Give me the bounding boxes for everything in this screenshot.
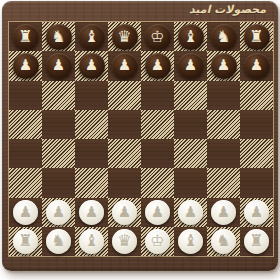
piece-glyph: ♛ (117, 29, 131, 45)
square-a4[interactable] (9, 139, 42, 168)
square-b2[interactable]: ♟ (42, 198, 75, 227)
piece-white-knight[interactable]: ♞ (46, 229, 71, 254)
square-e3[interactable] (141, 168, 174, 197)
square-e8[interactable]: ♔ (141, 22, 174, 51)
piece-glyph: ♝ (84, 233, 98, 249)
piece-glyph: ♟ (118, 205, 131, 220)
square-d6[interactable] (108, 81, 141, 110)
piece-white-pawn[interactable]: ♟ (46, 200, 71, 225)
piece-glyph: ♟ (151, 205, 164, 220)
piece-glyph: ♜ (18, 233, 32, 249)
piece-white-king[interactable]: ♔ (145, 229, 170, 254)
square-g6[interactable] (207, 81, 240, 110)
square-g3[interactable] (207, 168, 240, 197)
piece-white-pawn[interactable]: ♟ (178, 200, 203, 225)
square-f5[interactable] (174, 110, 207, 139)
piece-glyph: ♟ (19, 205, 32, 220)
square-d1[interactable]: ♛ (108, 227, 141, 256)
square-g8[interactable]: ♞ (207, 22, 240, 51)
square-c5[interactable] (75, 110, 108, 139)
square-h5[interactable] (240, 110, 273, 139)
piece-glyph: ♔ (150, 29, 164, 45)
piece-black-pawn[interactable]: ♟ (112, 53, 138, 79)
square-a7[interactable]: ♟ (9, 51, 42, 80)
square-c1[interactable]: ♝ (75, 227, 108, 256)
piece-black-rook[interactable]: ♜ (244, 24, 270, 50)
piece-white-rook[interactable]: ♜ (13, 229, 38, 254)
square-e6[interactable] (141, 81, 174, 110)
square-e4[interactable] (141, 139, 174, 168)
square-a6[interactable] (9, 81, 42, 110)
square-d8[interactable]: ♛ (108, 22, 141, 51)
square-f8[interactable]: ♝ (174, 22, 207, 51)
chess-board: محصولات امید ♜♞♝♛♔♝♞♜♟♟♟♟♟♟♟♟♟♟♟♟♟♟♟♟♜♞♝… (2, 1, 278, 271)
piece-glyph: ♟ (184, 58, 197, 73)
square-f4[interactable] (174, 139, 207, 168)
piece-white-knight[interactable]: ♞ (211, 229, 236, 254)
piece-white-pawn[interactable]: ♟ (211, 200, 236, 225)
square-c6[interactable] (75, 81, 108, 110)
piece-white-bishop[interactable]: ♝ (79, 229, 104, 254)
square-b6[interactable] (42, 81, 75, 110)
piece-white-pawn[interactable]: ♟ (13, 200, 38, 225)
piece-white-pawn[interactable]: ♟ (145, 200, 170, 225)
piece-glyph: ♟ (19, 58, 32, 73)
square-c8[interactable]: ♝ (75, 22, 108, 51)
square-b5[interactable] (42, 110, 75, 139)
piece-white-pawn[interactable]: ♟ (79, 200, 104, 225)
piece-glyph: ♟ (250, 58, 263, 73)
piece-glyph: ♟ (217, 58, 230, 73)
piece-glyph: ♟ (85, 58, 98, 73)
square-f7[interactable]: ♟ (174, 51, 207, 80)
square-e1[interactable]: ♔ (141, 227, 174, 256)
square-g7[interactable]: ♟ (207, 51, 240, 80)
piece-black-pawn[interactable]: ♟ (244, 53, 270, 79)
square-g1[interactable]: ♞ (207, 227, 240, 256)
square-f2[interactable]: ♟ (174, 198, 207, 227)
square-g5[interactable] (207, 110, 240, 139)
piece-black-bishop[interactable]: ♝ (79, 24, 105, 50)
piece-black-bishop[interactable]: ♝ (178, 24, 204, 50)
square-g2[interactable]: ♟ (207, 198, 240, 227)
piece-black-pawn[interactable]: ♟ (211, 53, 237, 79)
square-f6[interactable] (174, 81, 207, 110)
square-b4[interactable] (42, 139, 75, 168)
piece-glyph: ♟ (250, 205, 263, 220)
piece-glyph: ♟ (151, 58, 164, 73)
piece-black-pawn[interactable]: ♟ (145, 53, 171, 79)
square-h7[interactable]: ♟ (240, 51, 273, 80)
square-b1[interactable]: ♞ (42, 227, 75, 256)
piece-white-bishop[interactable]: ♝ (178, 229, 203, 254)
square-c2[interactable]: ♟ (75, 198, 108, 227)
piece-black-knight[interactable]: ♞ (46, 24, 72, 50)
square-e5[interactable] (141, 110, 174, 139)
square-h4[interactable] (240, 139, 273, 168)
piece-black-rook[interactable]: ♜ (13, 24, 39, 50)
square-g4[interactable] (207, 139, 240, 168)
square-d7[interactable]: ♟ (108, 51, 141, 80)
piece-white-queen[interactable]: ♛ (112, 229, 137, 254)
piece-black-pawn[interactable]: ♟ (178, 53, 204, 79)
piece-black-king[interactable]: ♔ (145, 24, 171, 50)
square-a1[interactable]: ♜ (9, 227, 42, 256)
piece-glyph: ♟ (85, 205, 98, 220)
piece-glyph: ♟ (52, 205, 65, 220)
square-c3[interactable] (75, 168, 108, 197)
piece-glyph: ♟ (184, 205, 197, 220)
square-c7[interactable]: ♟ (75, 51, 108, 80)
square-b7[interactable]: ♟ (42, 51, 75, 80)
square-h3[interactable] (240, 168, 273, 197)
square-f3[interactable] (174, 168, 207, 197)
piece-glyph: ♞ (51, 29, 65, 45)
piece-glyph: ♝ (183, 29, 197, 45)
square-h1[interactable]: ♜ (240, 227, 273, 256)
square-d5[interactable] (108, 110, 141, 139)
board-grid: ♜♞♝♛♔♝♞♜♟♟♟♟♟♟♟♟♟♟♟♟♟♟♟♟♜♞♝♛♔♝♞♜ (8, 21, 274, 257)
square-h8[interactable]: ♜ (240, 22, 273, 51)
square-d2[interactable]: ♟ (108, 198, 141, 227)
piece-glyph: ♔ (150, 233, 164, 249)
square-b3[interactable] (42, 168, 75, 197)
square-h2[interactable]: ♟ (240, 198, 273, 227)
piece-glyph: ♝ (84, 29, 98, 45)
square-a2[interactable]: ♟ (9, 198, 42, 227)
piece-black-pawn[interactable]: ♟ (79, 53, 105, 79)
piece-glyph: ♝ (183, 233, 197, 249)
square-f1[interactable]: ♝ (174, 227, 207, 256)
square-c4[interactable] (75, 139, 108, 168)
square-e2[interactable]: ♟ (141, 198, 174, 227)
piece-black-pawn[interactable]: ♟ (13, 53, 39, 79)
square-e7[interactable]: ♟ (141, 51, 174, 80)
square-b8[interactable]: ♞ (42, 22, 75, 51)
square-d4[interactable] (108, 139, 141, 168)
piece-glyph: ♛ (117, 233, 131, 249)
piece-glyph: ♞ (216, 233, 230, 249)
piece-glyph: ♞ (51, 233, 65, 249)
piece-white-pawn[interactable]: ♟ (244, 200, 269, 225)
piece-glyph: ♜ (249, 29, 263, 45)
piece-white-pawn[interactable]: ♟ (112, 200, 137, 225)
piece-black-pawn[interactable]: ♟ (46, 53, 72, 79)
square-a3[interactable] (9, 168, 42, 197)
piece-black-queen[interactable]: ♛ (112, 24, 138, 50)
square-a8[interactable]: ♜ (9, 22, 42, 51)
piece-white-rook[interactable]: ♜ (244, 229, 269, 254)
piece-glyph: ♞ (216, 29, 230, 45)
square-h6[interactable] (240, 81, 273, 110)
piece-glyph: ♟ (52, 58, 65, 73)
square-a5[interactable] (9, 110, 42, 139)
piece-glyph: ♟ (217, 205, 230, 220)
piece-glyph: ♟ (118, 58, 131, 73)
piece-glyph: ♜ (18, 29, 32, 45)
square-d3[interactable] (108, 168, 141, 197)
piece-black-knight[interactable]: ♞ (211, 24, 237, 50)
piece-glyph: ♜ (249, 233, 263, 249)
brand-text: محصولات امید (189, 3, 266, 16)
